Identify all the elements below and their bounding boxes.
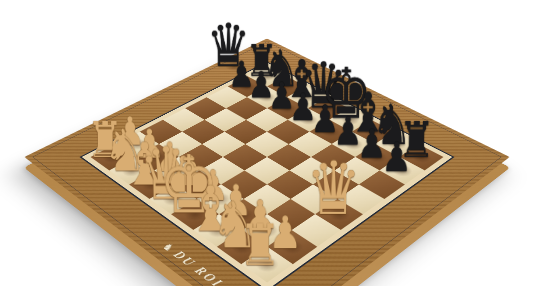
chess-set-photo: ♛ ♜♞♝♛♚♝♞♜♟♟♟♟♟♟♟♟♛♟♟♟♟♟♟♟♟♜♞♝♛♚♝♞♜ ♞ DU… — [0, 0, 533, 286]
piece-white-queen-h4[interactable]: ♛ — [305, 155, 361, 223]
piece-black-pawn-h7[interactable]: ♟ — [381, 140, 412, 177]
piece-white-rook-h1[interactable]: ♜ — [238, 221, 281, 273]
chess-board: ♛ ♜♞♝♛♚♝♞♜♟♟♟♟♟♟♟♟♛♟♟♟♟♟♟♟♟♜♞♝♛♚♝♞♜ ♞ DU… — [24, 39, 509, 286]
chess-board-3d: ♛ ♜♞♝♛♚♝♞♜♟♟♟♟♟♟♟♟♛♟♟♟♟♟♟♟♟♜♞♝♛♚♝♞♜ ♞ DU… — [24, 39, 509, 286]
